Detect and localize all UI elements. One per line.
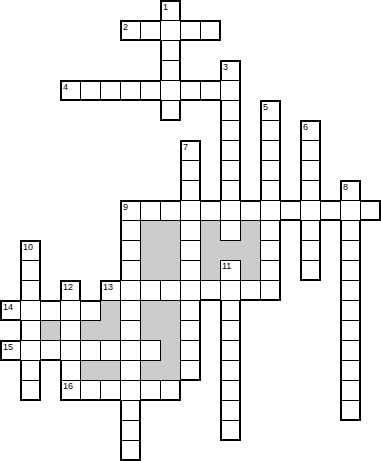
- cell-r14-c10[interactable]: [200, 280, 221, 301]
- cell-r4-c6[interactable]: [120, 80, 141, 101]
- clue-number-13: 13: [103, 282, 113, 292]
- blocked-cell-r13-c12: [240, 260, 261, 281]
- blocked-cell-r15-c8: [160, 300, 181, 321]
- cell-r13-c17[interactable]: [340, 260, 361, 281]
- cell-r18-c1[interactable]: [20, 360, 41, 381]
- cell-r3-c11[interactable]: 3: [220, 60, 241, 81]
- cell-r4-c10[interactable]: [200, 80, 221, 101]
- blocked-cell-r11-c8: [160, 220, 181, 241]
- cell-r18-c3[interactable]: [60, 360, 81, 381]
- blocked-cell-r13-c7: [140, 260, 161, 281]
- cell-r17-c0[interactable]: 15: [0, 340, 21, 361]
- cell-r10-c16[interactable]: [320, 200, 341, 221]
- cell-r18-c9[interactable]: [180, 360, 201, 381]
- cell-r0-c8[interactable]: 1: [160, 0, 181, 21]
- cell-r1-c7[interactable]: [140, 20, 161, 41]
- cell-r11-c9[interactable]: [180, 220, 201, 241]
- cell-r18-c17[interactable]: [340, 360, 361, 381]
- cell-r9-c13[interactable]: [260, 180, 281, 201]
- cell-r9-c11[interactable]: [220, 180, 241, 201]
- blocked-cell-r18-c5: [100, 360, 121, 381]
- cell-r5-c11[interactable]: [220, 100, 241, 121]
- cell-r15-c2[interactable]: [40, 300, 61, 321]
- cell-r21-c11[interactable]: [220, 420, 241, 441]
- cell-r19-c1[interactable]: [20, 380, 41, 401]
- clue-number-6: 6: [303, 122, 308, 132]
- cell-r14-c13[interactable]: [260, 280, 281, 301]
- cell-r14-c11[interactable]: [220, 280, 241, 301]
- cell-r19-c17[interactable]: [340, 380, 361, 401]
- cell-r12-c1[interactable]: 10: [20, 240, 41, 261]
- cell-r3-c8[interactable]: [160, 60, 181, 81]
- cell-r17-c9[interactable]: [180, 340, 201, 361]
- cell-r15-c3[interactable]: [60, 300, 81, 321]
- cell-r19-c8[interactable]: [160, 380, 181, 401]
- clue-number-4: 4: [63, 82, 68, 92]
- cell-r13-c9[interactable]: [180, 260, 201, 281]
- cell-r7-c15[interactable]: [300, 140, 321, 161]
- clue-number-16: 16: [63, 381, 73, 391]
- cell-r19-c4[interactable]: [80, 380, 101, 401]
- cell-r13-c11[interactable]: 11: [220, 260, 241, 281]
- cell-r6-c13[interactable]: [260, 120, 281, 141]
- cell-r1-c6[interactable]: 2: [120, 20, 141, 41]
- cell-r16-c1[interactable]: [20, 320, 41, 341]
- clue-number-1: 1: [163, 2, 168, 12]
- cell-r11-c15[interactable]: [300, 220, 321, 241]
- blocked-cell-r17-c8: [160, 340, 181, 361]
- cell-r17-c3[interactable]: [60, 340, 81, 361]
- cell-r14-c7[interactable]: [140, 280, 161, 301]
- cell-r4-c9[interactable]: [180, 80, 201, 101]
- cell-r13-c15[interactable]: [300, 260, 321, 281]
- blocked-cell-r12-c7: [140, 240, 161, 261]
- cell-r10-c14[interactable]: [280, 200, 301, 221]
- cell-r13-c1[interactable]: [20, 260, 41, 281]
- cell-r15-c9[interactable]: [180, 300, 201, 321]
- cell-r14-c9[interactable]: [180, 280, 201, 301]
- cell-r10-c18[interactable]: [360, 200, 381, 221]
- cell-r17-c6[interactable]: [120, 340, 141, 361]
- cell-r10-c15[interactable]: [300, 200, 321, 221]
- cell-r15-c17[interactable]: [340, 300, 361, 321]
- cell-r13-c6[interactable]: [120, 260, 141, 281]
- cell-r5-c8[interactable]: [160, 100, 181, 121]
- blocked-cell-r13-c8: [160, 260, 181, 281]
- cell-r15-c11[interactable]: [220, 300, 241, 321]
- cell-r8-c15[interactable]: [300, 160, 321, 181]
- clue-number-2: 2: [123, 22, 128, 32]
- clue-number-10: 10: [23, 242, 33, 252]
- cell-r17-c7[interactable]: [140, 340, 161, 361]
- cell-r9-c15[interactable]: [300, 180, 321, 201]
- cell-r7-c9[interactable]: 7: [180, 140, 201, 161]
- cell-r10-c17[interactable]: [340, 200, 361, 221]
- cell-r10-c12[interactable]: [240, 200, 261, 221]
- blocked-cell-r11-c12: [240, 220, 261, 241]
- cell-r1-c8[interactable]: [160, 20, 181, 41]
- cell-r18-c6[interactable]: [120, 360, 141, 381]
- cell-r17-c5[interactable]: [100, 340, 121, 361]
- cell-r14-c6[interactable]: [120, 280, 141, 301]
- cell-r8-c11[interactable]: [220, 160, 241, 181]
- cell-r19-c6[interactable]: [120, 380, 141, 401]
- cell-r4-c4[interactable]: [80, 80, 101, 101]
- cell-r16-c9[interactable]: [180, 320, 201, 341]
- cell-r14-c5[interactable]: 13: [100, 280, 121, 301]
- cell-r1-c9[interactable]: [180, 20, 201, 41]
- cell-r12-c17[interactable]: [340, 240, 361, 261]
- cell-r10-c11[interactable]: [220, 200, 241, 221]
- cell-r5-c13[interactable]: 5: [260, 100, 281, 121]
- cell-r15-c4[interactable]: [80, 300, 101, 321]
- cell-r15-c6[interactable]: [120, 300, 141, 321]
- blocked-cell-r12-c11: [220, 240, 241, 261]
- blocked-cell-r12-c10: [200, 240, 221, 261]
- cell-r10-c9[interactable]: [180, 200, 201, 221]
- cell-r4-c3[interactable]: 4: [60, 80, 81, 101]
- cell-r9-c17[interactable]: 8: [340, 180, 361, 201]
- cell-r15-c1[interactable]: [20, 300, 41, 321]
- blocked-cell-r11-c7: [140, 220, 161, 241]
- cell-r4-c8[interactable]: [160, 80, 181, 101]
- cell-r16-c17[interactable]: [340, 320, 361, 341]
- cell-r20-c11[interactable]: [220, 400, 241, 421]
- cell-r4-c5[interactable]: [100, 80, 121, 101]
- cell-r14-c17[interactable]: [340, 280, 361, 301]
- blocked-cell-r18-c8: [160, 360, 181, 381]
- cell-r14-c12[interactable]: [240, 280, 261, 301]
- cell-r12-c6[interactable]: [120, 240, 141, 261]
- clue-number-15: 15: [3, 342, 13, 352]
- cell-r4-c11[interactable]: [220, 80, 241, 101]
- cell-r19-c7[interactable]: [140, 380, 161, 401]
- clue-number-14: 14: [3, 302, 13, 312]
- cell-r22-c6[interactable]: [120, 440, 141, 461]
- cell-r11-c11[interactable]: [220, 220, 241, 241]
- cell-r20-c17[interactable]: [340, 400, 361, 421]
- cell-r10-c7[interactable]: [140, 200, 161, 221]
- cell-r6-c11[interactable]: [220, 120, 241, 141]
- cell-r19-c5[interactable]: [100, 380, 121, 401]
- cell-r19-c3[interactable]: 16: [60, 380, 81, 401]
- cell-r10-c8[interactable]: [160, 200, 181, 221]
- cell-r9-c9[interactable]: [180, 180, 201, 201]
- blocked-cell-r12-c8: [160, 240, 181, 261]
- clue-number-5: 5: [263, 102, 268, 112]
- cell-r11-c17[interactable]: [340, 220, 361, 241]
- blocked-cell-r11-c10: [200, 220, 221, 241]
- cell-r17-c11[interactable]: [220, 340, 241, 361]
- cell-r14-c3[interactable]: 12: [60, 280, 81, 301]
- cell-r16-c6[interactable]: [120, 320, 141, 341]
- clue-number-3: 3: [223, 62, 228, 72]
- cell-r10-c6[interactable]: 9: [120, 200, 141, 221]
- cell-r6-c15[interactable]: 6: [300, 120, 321, 141]
- cell-r16-c11[interactable]: [220, 320, 241, 341]
- cell-r12-c13[interactable]: [260, 240, 281, 261]
- blocked-cell-r16-c4: [80, 320, 101, 341]
- clue-number-12: 12: [63, 282, 73, 292]
- cell-r2-c8[interactable]: [160, 40, 181, 61]
- cell-r17-c2[interactable]: [40, 340, 61, 361]
- cell-r21-c6[interactable]: [120, 420, 141, 441]
- cell-r13-c13[interactable]: [260, 260, 281, 281]
- blocked-cell-r16-c7: [140, 320, 161, 341]
- clue-number-7: 7: [183, 142, 188, 152]
- cell-r20-c6[interactable]: [120, 400, 141, 421]
- cell-r7-c13[interactable]: [260, 140, 281, 161]
- cell-r19-c11[interactable]: [220, 380, 241, 401]
- cell-r1-c10[interactable]: [200, 20, 221, 41]
- cell-r7-c11[interactable]: [220, 140, 241, 161]
- cell-r10-c10[interactable]: [200, 200, 221, 221]
- blocked-cell-r13-c10: [200, 260, 221, 281]
- cell-r11-c6[interactable]: [120, 220, 141, 241]
- cell-r14-c1[interactable]: [20, 280, 41, 301]
- crossword-grid: 12345678910111213141516: [0, 0, 381, 461]
- cell-r17-c1[interactable]: [20, 340, 41, 361]
- cell-r17-c17[interactable]: [340, 340, 361, 361]
- cell-r12-c9[interactable]: [180, 240, 201, 261]
- cell-r18-c11[interactable]: [220, 360, 241, 381]
- clue-number-11: 11: [222, 261, 231, 271]
- cell-r11-c13[interactable]: [260, 220, 281, 241]
- cell-r15-c0[interactable]: 14: [0, 300, 21, 321]
- clue-number-8: 8: [343, 182, 348, 192]
- blocked-cell-r16-c8: [160, 320, 181, 341]
- cell-r16-c3[interactable]: [60, 320, 81, 341]
- blocked-cell-r15-c5: [100, 300, 121, 321]
- blocked-cell-r16-c5: [100, 320, 121, 341]
- cell-r12-c15[interactable]: [300, 240, 321, 261]
- blocked-cell-r16-c2: [40, 320, 61, 341]
- cell-r8-c13[interactable]: [260, 160, 281, 181]
- clue-number-9: 9: [123, 202, 128, 212]
- cell-r10-c13[interactable]: [260, 200, 281, 221]
- blocked-cell-r15-c7: [140, 300, 161, 321]
- blocked-cell-r12-c12: [240, 240, 261, 261]
- cell-r14-c8[interactable]: [160, 280, 181, 301]
- cell-r8-c9[interactable]: [180, 160, 201, 181]
- blocked-cell-r18-c7: [140, 360, 161, 381]
- blocked-cell-r18-c4: [80, 360, 101, 381]
- cell-r17-c4[interactable]: [80, 340, 101, 361]
- cell-r4-c7[interactable]: [140, 80, 161, 101]
